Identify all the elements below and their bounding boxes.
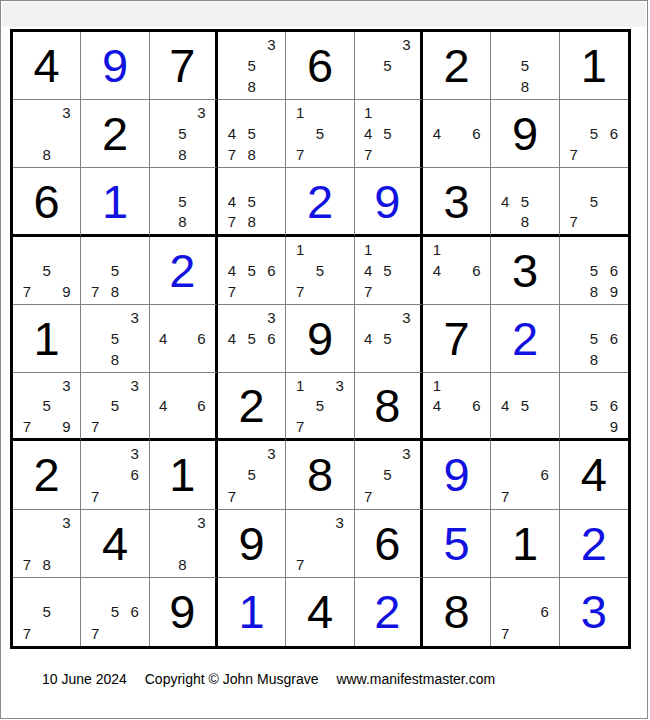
pencil-digit: 5 — [105, 601, 125, 622]
pencil-marks: 578 — [85, 239, 144, 302]
cell-r3c1[interactable]: 6 — [13, 168, 81, 236]
pencil-marks: 345 — [359, 307, 416, 370]
pencil-digit: 5 — [584, 328, 604, 349]
pencil-digit: 4 — [495, 191, 515, 211]
pencil-digit: 5 — [378, 464, 397, 485]
pencil-digit: 7 — [17, 416, 37, 436]
pencil-digit: 9 — [604, 281, 624, 302]
cell-r6c4[interactable]: 2 — [218, 373, 286, 441]
pencil-digit: 4 — [222, 191, 242, 211]
entered-digit: 2 — [150, 237, 215, 304]
cell-r9c6[interactable]: 2 — [355, 578, 423, 646]
pencil-digit: 8 — [37, 554, 57, 575]
pencil-digit: 6 — [262, 260, 282, 281]
given-digit: 8 — [355, 373, 420, 438]
entered-digit: 1 — [81, 168, 148, 233]
cell-r4c2[interactable]: 578 — [81, 237, 149, 305]
pencil-digit: 3 — [397, 34, 416, 55]
cell-r3c3[interactable]: 58 — [150, 168, 218, 236]
pencil-digit: 5 — [37, 260, 57, 281]
pencil-digit: 5 — [242, 260, 262, 281]
given-digit: 4 — [13, 32, 80, 99]
pencil-digit: 7 — [222, 485, 242, 506]
pencil-digit: 5 — [515, 55, 535, 76]
cell-r9c4[interactable]: 1 — [218, 578, 286, 646]
cell-r6c5[interactable]: 1357 — [286, 373, 354, 441]
pencil-digit: 4 — [427, 396, 447, 416]
footer-date: 10 June 2024 — [42, 671, 127, 687]
pencil-digit: 7 — [222, 144, 242, 165]
pencil-digit: 6 — [604, 396, 624, 416]
pencil-marks: 157 — [290, 239, 349, 302]
cell-r4c4[interactable]: 4567 — [218, 237, 286, 305]
pencil-marks: 46 — [154, 307, 211, 370]
pencil-digit: 7 — [495, 485, 515, 506]
pencil-digit: 4 — [222, 123, 242, 144]
cell-r3c6[interactable]: 9 — [355, 168, 423, 236]
pencil-marks: 57 — [564, 170, 624, 231]
pencil-digit: 6 — [467, 123, 487, 144]
cell-r2c3[interactable]: 358 — [150, 100, 218, 168]
cell-r3c4[interactable]: 4578 — [218, 168, 286, 236]
cell-r1c4[interactable]: 358 — [218, 32, 286, 100]
pencil-digit: 5 — [173, 191, 192, 211]
cell-r4c6[interactable]: 1457 — [355, 237, 423, 305]
pencil-digit: 5 — [242, 328, 262, 349]
pencil-digit: 9 — [57, 281, 77, 302]
pencil-digit: 4 — [222, 328, 242, 349]
given-digit: 4 — [560, 441, 628, 508]
cell-r9c8[interactable]: 67 — [491, 578, 559, 646]
given-digit: 9 — [286, 305, 353, 372]
given-digit: 1 — [150, 441, 215, 508]
pencil-marks: 4567 — [222, 239, 281, 302]
pencil-marks: 1457 — [359, 239, 416, 302]
given-digit: 1 — [560, 32, 628, 99]
cell-r1c3[interactable]: 7 — [150, 32, 218, 100]
pencil-digit: 7 — [17, 623, 37, 644]
pencil-digit: 8 — [105, 349, 125, 370]
cell-r7c9[interactable]: 4 — [560, 441, 628, 509]
entered-digit: 1 — [218, 578, 285, 646]
entered-digit: 3 — [560, 578, 628, 646]
cell-r3c8[interactable]: 458 — [491, 168, 559, 236]
cell-r3c5[interactable]: 2 — [286, 168, 354, 236]
pencil-digit: 5 — [310, 260, 330, 281]
pencil-digit: 3 — [125, 307, 145, 328]
given-digit: 7 — [423, 305, 490, 372]
pencil-marks: 67 — [495, 580, 554, 644]
cell-r3c7[interactable]: 3 — [423, 168, 491, 236]
cell-r7c3[interactable]: 1 — [150, 441, 218, 509]
cell-r5c4[interactable]: 3456 — [218, 305, 286, 373]
cell-r4c7[interactable]: 146 — [423, 237, 491, 305]
pencil-digit: 3 — [397, 307, 416, 328]
pencil-digit: 7 — [17, 281, 37, 302]
pencil-digit: 1 — [427, 239, 447, 260]
pencil-digit: 7 — [359, 485, 378, 506]
cell-r7c4[interactable]: 357 — [218, 441, 286, 509]
cell-r8c9[interactable]: 2 — [560, 510, 628, 578]
cell-r6c6[interactable]: 8 — [355, 373, 423, 441]
cell-r2c6[interactable]: 1457 — [355, 100, 423, 168]
pencil-digit: 8 — [173, 211, 192, 231]
footer-url: www.manifestmaster.com — [336, 671, 495, 687]
cell-r6c7[interactable]: 146 — [423, 373, 491, 441]
cell-r4c9[interactable]: 5689 — [560, 237, 628, 305]
pencil-marks: 38 — [17, 102, 76, 165]
pencil-digit: 6 — [604, 123, 624, 144]
given-digit: 3 — [491, 237, 558, 304]
given-digit: 6 — [355, 510, 420, 577]
pencil-digit: 5 — [378, 328, 397, 349]
pencil-digit: 3 — [125, 375, 145, 395]
pencil-digit: 3 — [330, 375, 350, 395]
pencil-digit: 6 — [125, 464, 145, 485]
cell-r2c5[interactable]: 157 — [286, 100, 354, 168]
footer-copyright: Copyright © John Musgrave — [145, 671, 319, 687]
pencil-digit: 9 — [57, 416, 77, 436]
pencil-digit: 4 — [359, 123, 378, 144]
pencil-digit: 8 — [242, 144, 262, 165]
pencil-digit: 8 — [37, 144, 57, 165]
pencil-marks: 1357 — [290, 375, 349, 436]
pencil-marks: 46 — [154, 375, 211, 436]
pencil-digit: 6 — [467, 396, 487, 416]
given-digit: 2 — [423, 32, 490, 99]
given-digit: 2 — [218, 373, 285, 438]
pencil-digit: 5 — [515, 191, 535, 211]
cell-r4c3[interactable]: 2 — [150, 237, 218, 305]
pencil-digit: 5 — [378, 260, 397, 281]
pencil-digit: 5 — [310, 396, 330, 416]
pencil-marks: 146 — [427, 239, 486, 302]
pencil-marks: 57 — [17, 580, 76, 644]
pencil-digit: 4 — [359, 328, 378, 349]
pencil-digit: 1 — [359, 102, 378, 123]
given-digit: 4 — [81, 510, 148, 577]
pencil-digit: 7 — [17, 554, 37, 575]
cell-r8c3[interactable]: 38 — [150, 510, 218, 578]
pencil-digit: 5 — [242, 55, 262, 76]
pencil-marks: 58 — [154, 170, 211, 231]
entered-digit: 2 — [286, 168, 353, 233]
pencil-digit: 7 — [85, 416, 105, 436]
cell-r8c6[interactable]: 6 — [355, 510, 423, 578]
pencil-digit: 9 — [604, 416, 624, 436]
pencil-marks: 45 — [495, 375, 554, 436]
pencil-digit: 7 — [564, 144, 584, 165]
pencil-digit: 3 — [192, 512, 211, 533]
pencil-digit: 5 — [584, 396, 604, 416]
pencil-digit: 8 — [515, 211, 535, 231]
pencil-marks: 358 — [222, 34, 281, 97]
pencil-digit: 7 — [359, 281, 378, 302]
pencil-digit: 6 — [467, 260, 487, 281]
pencil-digit: 3 — [192, 102, 211, 123]
cell-r8c8[interactable]: 1 — [491, 510, 559, 578]
pencil-digit: 1 — [359, 239, 378, 260]
pencil-digit: 1 — [290, 239, 310, 260]
given-digit: 9 — [150, 578, 215, 646]
pencil-digit: 3 — [262, 307, 282, 328]
pencil-marks: 358 — [154, 102, 211, 165]
pencil-digit: 6 — [604, 260, 624, 281]
pencil-marks: 358 — [85, 307, 144, 370]
pencil-marks: 46 — [427, 102, 486, 165]
pencil-digit: 3 — [397, 443, 416, 464]
cell-r7c8[interactable]: 67 — [491, 441, 559, 509]
window-top-strip — [2, 2, 646, 27]
pencil-marks: 3579 — [17, 375, 76, 436]
entered-digit: 2 — [560, 510, 628, 577]
cell-r7c5[interactable]: 8 — [286, 441, 354, 509]
pencil-marks: 37 — [290, 512, 349, 575]
cell-r5c3[interactable]: 46 — [150, 305, 218, 373]
cell-r1c1[interactable]: 4 — [13, 32, 81, 100]
cell-r6c9[interactable]: 569 — [560, 373, 628, 441]
cell-r1c9[interactable]: 1 — [560, 32, 628, 100]
pencil-digit: 7 — [290, 554, 310, 575]
cell-r9c1[interactable]: 57 — [13, 578, 81, 646]
cell-r6c2[interactable]: 357 — [81, 373, 149, 441]
cell-r5c7[interactable]: 7 — [423, 305, 491, 373]
cell-r9c7[interactable]: 8 — [423, 578, 491, 646]
pencil-marks: 367 — [85, 443, 144, 506]
cell-r6c8[interactable]: 45 — [491, 373, 559, 441]
pencil-digit: 7 — [359, 144, 378, 165]
pencil-digit: 1 — [290, 102, 310, 123]
given-digit: 4 — [286, 578, 353, 646]
pencil-digit: 6 — [192, 396, 211, 416]
pencil-digit: 6 — [192, 328, 211, 349]
pencil-digit: 7 — [85, 281, 105, 302]
cell-r1c6[interactable]: 35 — [355, 32, 423, 100]
pencil-digit: 1 — [427, 375, 447, 395]
cell-r4c5[interactable]: 157 — [286, 237, 354, 305]
pencil-digit: 8 — [584, 349, 604, 370]
cell-r7c2[interactable]: 367 — [81, 441, 149, 509]
cell-r1c7[interactable]: 2 — [423, 32, 491, 100]
pencil-marks: 567 — [564, 102, 624, 165]
given-digit: 3 — [423, 168, 490, 233]
cell-r9c5[interactable]: 4 — [286, 578, 354, 646]
cell-r5c9[interactable]: 568 — [560, 305, 628, 373]
cell-r3c9[interactable]: 57 — [560, 168, 628, 236]
given-digit: 7 — [150, 32, 215, 99]
given-digit: 2 — [81, 100, 148, 167]
entered-digit: 5 — [423, 510, 490, 577]
pencil-digit: 3 — [330, 512, 350, 533]
pencil-marks: 5689 — [564, 239, 624, 302]
cell-r4c1[interactable]: 579 — [13, 237, 81, 305]
pencil-digit: 1 — [290, 375, 310, 395]
cell-r4c8[interactable]: 3 — [491, 237, 559, 305]
pencil-digit: 3 — [57, 375, 77, 395]
entered-digit: 9 — [81, 32, 148, 99]
pencil-marks: 67 — [495, 443, 554, 506]
pencil-marks: 357 — [359, 443, 416, 506]
cell-r7c1[interactable]: 2 — [13, 441, 81, 509]
given-digit: 8 — [423, 578, 490, 646]
pencil-digit: 8 — [242, 76, 262, 97]
cell-r6c1[interactable]: 3579 — [13, 373, 81, 441]
pencil-digit: 7 — [222, 211, 242, 231]
pencil-marks: 35 — [359, 34, 416, 97]
pencil-digit: 8 — [173, 144, 192, 165]
pencil-digit: 8 — [584, 281, 604, 302]
pencil-marks: 38 — [154, 512, 211, 575]
pencil-digit: 4 — [154, 396, 173, 416]
cell-r9c9[interactable]: 3 — [560, 578, 628, 646]
pencil-digit: 5 — [173, 123, 192, 144]
cell-r2c4[interactable]: 4578 — [218, 100, 286, 168]
pencil-digit: 7 — [85, 623, 105, 644]
cell-r2c1[interactable]: 38 — [13, 100, 81, 168]
cell-r2c2[interactable]: 2 — [81, 100, 149, 168]
cell-r6c3[interactable]: 46 — [150, 373, 218, 441]
pencil-digit: 5 — [242, 191, 262, 211]
pencil-digit: 3 — [262, 34, 282, 55]
given-digit: 9 — [491, 100, 558, 167]
pencil-marks: 579 — [17, 239, 76, 302]
pencil-digit: 4 — [154, 328, 173, 349]
cell-r8c7[interactable]: 5 — [423, 510, 491, 578]
pencil-marks: 378 — [17, 512, 76, 575]
cell-r5c5[interactable]: 9 — [286, 305, 354, 373]
pencil-marks: 357 — [85, 375, 144, 436]
pencil-digit: 6 — [535, 601, 555, 622]
given-digit: 2 — [13, 441, 80, 508]
pencil-digit: 8 — [173, 554, 192, 575]
pencil-digit: 4 — [427, 260, 447, 281]
pencil-marks: 146 — [427, 375, 486, 436]
cell-r1c5[interactable]: 6 — [286, 32, 354, 100]
pencil-digit: 5 — [310, 123, 330, 144]
pencil-digit: 5 — [242, 123, 262, 144]
pencil-marks: 4578 — [222, 102, 281, 165]
pencil-digit: 8 — [242, 211, 262, 231]
cell-r3c2[interactable]: 1 — [81, 168, 149, 236]
given-digit: 8 — [286, 441, 353, 508]
cell-r2c8[interactable]: 9 — [491, 100, 559, 168]
pencil-digit: 5 — [515, 396, 535, 416]
pencil-digit: 5 — [584, 191, 604, 211]
cell-r1c8[interactable]: 58 — [491, 32, 559, 100]
pencil-digit: 5 — [37, 396, 57, 416]
cell-r2c7[interactable]: 46 — [423, 100, 491, 168]
entered-digit: 2 — [355, 578, 420, 646]
pencil-marks: 1457 — [359, 102, 416, 165]
cell-r8c5[interactable]: 37 — [286, 510, 354, 578]
pencil-digit: 5 — [105, 396, 125, 416]
given-digit: 1 — [491, 510, 558, 577]
given-digit: 6 — [13, 168, 80, 233]
entered-digit: 2 — [491, 305, 558, 372]
pencil-digit: 5 — [584, 260, 604, 281]
cell-r7c7[interactable]: 9 — [423, 441, 491, 509]
given-digit: 1 — [13, 305, 80, 372]
pencil-marks: 357 — [222, 443, 281, 506]
pencil-digit: 5 — [584, 123, 604, 144]
pencil-digit: 8 — [105, 281, 125, 302]
sudoku-board: 4973586352581382358457815714574695676158… — [10, 29, 631, 649]
given-digit: 6 — [286, 32, 353, 99]
cell-r7c6[interactable]: 357 — [355, 441, 423, 509]
pencil-digit: 7 — [564, 211, 584, 231]
pencil-marks: 3456 — [222, 307, 281, 370]
pencil-digit: 3 — [57, 512, 77, 533]
pencil-marks: 569 — [564, 375, 624, 436]
pencil-marks: 157 — [290, 102, 349, 165]
pencil-digit: 4 — [222, 260, 242, 281]
pencil-digit: 7 — [495, 623, 515, 644]
pencil-digit: 5 — [37, 601, 57, 622]
pencil-digit: 6 — [125, 601, 145, 622]
pencil-digit: 4 — [495, 396, 515, 416]
cell-r5c8[interactable]: 2 — [491, 305, 559, 373]
pencil-digit: 5 — [105, 260, 125, 281]
pencil-digit: 5 — [378, 123, 397, 144]
pencil-digit: 4 — [359, 260, 378, 281]
pencil-digit: 8 — [515, 76, 535, 97]
pencil-marks: 568 — [564, 307, 624, 370]
cell-r5c2[interactable]: 358 — [81, 305, 149, 373]
pencil-digit: 7 — [222, 281, 242, 302]
pencil-digit: 3 — [57, 102, 77, 123]
pencil-digit: 6 — [262, 328, 282, 349]
pencil-digit: 6 — [535, 464, 555, 485]
pencil-digit: 6 — [604, 328, 624, 349]
pencil-digit: 4 — [427, 123, 447, 144]
pencil-marks: 567 — [85, 580, 144, 644]
pencil-digit: 7 — [290, 144, 310, 165]
cell-r1c2[interactable]: 9 — [81, 32, 149, 100]
footer: 10 June 2024 Copyright © John Musgrave w… — [42, 671, 495, 687]
pencil-digit: 7 — [290, 416, 310, 436]
cell-r2c9[interactable]: 567 — [560, 100, 628, 168]
pencil-digit: 5 — [105, 328, 125, 349]
entered-digit: 9 — [355, 168, 420, 233]
cell-r8c1[interactable]: 378 — [13, 510, 81, 578]
given-digit: 9 — [218, 510, 285, 577]
pencil-digit: 7 — [85, 485, 105, 506]
pencil-marks: 58 — [495, 34, 554, 97]
pencil-digit: 3 — [125, 443, 145, 464]
pencil-digit: 7 — [290, 281, 310, 302]
cell-r8c2[interactable]: 4 — [81, 510, 149, 578]
pencil-marks: 4578 — [222, 170, 281, 231]
cell-r9c2[interactable]: 567 — [81, 578, 149, 646]
cell-r8c4[interactable]: 9 — [218, 510, 286, 578]
pencil-digit: 3 — [262, 443, 282, 464]
pencil-digit: 5 — [378, 55, 397, 76]
pencil-marks: 458 — [495, 170, 554, 231]
cell-r5c6[interactable]: 345 — [355, 305, 423, 373]
entered-digit: 9 — [423, 441, 490, 508]
cell-r9c3[interactable]: 9 — [150, 578, 218, 646]
cell-r5c1[interactable]: 1 — [13, 305, 81, 373]
pencil-digit: 5 — [242, 464, 262, 485]
